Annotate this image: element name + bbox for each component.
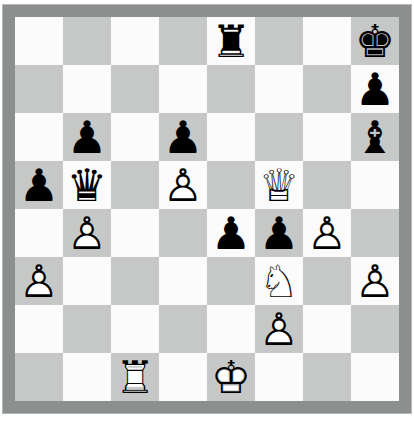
square-h4[interactable] <box>351 209 399 257</box>
square-f8[interactable] <box>255 17 303 65</box>
white-pawn-outline: ♙ <box>351 257 399 305</box>
square-d3[interactable] <box>159 257 207 305</box>
white-knight-outline: ♘ <box>255 257 303 305</box>
square-g3[interactable] <box>303 257 351 305</box>
piece-white-pawn: ♟♙ <box>15 257 63 305</box>
square-c8[interactable] <box>111 17 159 65</box>
piece-white-pawn: ♟♙ <box>303 209 351 257</box>
black-pawn-glyph: ♟ <box>207 209 255 257</box>
black-pawn-glyph: ♟ <box>15 161 63 209</box>
square-d7[interactable] <box>159 65 207 113</box>
square-f5[interactable]: ♛♕ <box>255 161 303 209</box>
square-h2[interactable] <box>351 305 399 353</box>
white-pawn-outline: ♙ <box>15 257 63 305</box>
square-b7[interactable] <box>63 65 111 113</box>
square-d1[interactable] <box>159 353 207 401</box>
square-d8[interactable] <box>159 17 207 65</box>
square-e8[interactable]: ♜ <box>207 17 255 65</box>
white-pawn-outline: ♙ <box>159 161 207 209</box>
square-d6[interactable]: ♟ <box>159 113 207 161</box>
square-b3[interactable] <box>63 257 111 305</box>
square-c5[interactable] <box>111 161 159 209</box>
square-b1[interactable] <box>63 353 111 401</box>
board-frame: ♜♚♟♟♟♝♟♛♟♙♛♕♟♙♟♟♟♙♟♙♞♘♟♙♟♙♜♖♚♔ <box>3 5 411 413</box>
white-king-fill: ♚ <box>207 353 255 401</box>
square-e2[interactable] <box>207 305 255 353</box>
square-g7[interactable] <box>303 65 351 113</box>
square-b8[interactable] <box>63 17 111 65</box>
chess-diagram: ♜♚♟♟♟♝♟♛♟♙♛♕♟♙♟♟♟♙♟♙♞♘♟♙♟♙♜♖♚♔ <box>0 0 414 422</box>
square-d2[interactable] <box>159 305 207 353</box>
white-pawn-outline: ♙ <box>63 209 111 257</box>
square-b6[interactable]: ♟ <box>63 113 111 161</box>
square-a6[interactable] <box>15 113 63 161</box>
square-f2[interactable]: ♟♙ <box>255 305 303 353</box>
white-pawn-fill: ♟ <box>255 305 303 353</box>
piece-white-pawn: ♟♙ <box>159 161 207 209</box>
piece-white-king: ♚♔ <box>207 353 255 401</box>
square-c7[interactable] <box>111 65 159 113</box>
square-e4[interactable]: ♟ <box>207 209 255 257</box>
square-f3[interactable]: ♞♘ <box>255 257 303 305</box>
square-g6[interactable] <box>303 113 351 161</box>
square-b2[interactable] <box>63 305 111 353</box>
piece-black-rook: ♜ <box>207 17 255 65</box>
black-pawn-glyph: ♟ <box>351 65 399 113</box>
white-queen-outline: ♕ <box>255 161 303 209</box>
piece-white-pawn: ♟♙ <box>255 305 303 353</box>
piece-black-bishop: ♝ <box>351 113 399 161</box>
square-b4[interactable]: ♟♙ <box>63 209 111 257</box>
square-c6[interactable] <box>111 113 159 161</box>
piece-black-pawn: ♟ <box>351 65 399 113</box>
square-h1[interactable] <box>351 353 399 401</box>
black-pawn-glyph: ♟ <box>159 113 207 161</box>
square-h3[interactable]: ♟♙ <box>351 257 399 305</box>
square-a5[interactable]: ♟ <box>15 161 63 209</box>
square-g8[interactable] <box>303 17 351 65</box>
piece-black-pawn: ♟ <box>207 209 255 257</box>
square-f1[interactable] <box>255 353 303 401</box>
square-h7[interactable]: ♟ <box>351 65 399 113</box>
square-a2[interactable] <box>15 305 63 353</box>
piece-black-pawn: ♟ <box>159 113 207 161</box>
piece-black-king: ♚ <box>351 17 399 65</box>
square-c2[interactable] <box>111 305 159 353</box>
square-e5[interactable] <box>207 161 255 209</box>
square-d4[interactable] <box>159 209 207 257</box>
white-pawn-fill: ♟ <box>63 209 111 257</box>
black-rook-glyph: ♜ <box>207 17 255 65</box>
square-f4[interactable]: ♟ <box>255 209 303 257</box>
square-e7[interactable] <box>207 65 255 113</box>
piece-white-knight: ♞♘ <box>255 257 303 305</box>
white-pawn-fill: ♟ <box>159 161 207 209</box>
square-f7[interactable] <box>255 65 303 113</box>
square-e1[interactable]: ♚♔ <box>207 353 255 401</box>
piece-white-pawn: ♟♙ <box>351 257 399 305</box>
white-knight-fill: ♞ <box>255 257 303 305</box>
piece-black-queen: ♛ <box>63 161 111 209</box>
piece-white-pawn: ♟♙ <box>63 209 111 257</box>
square-a1[interactable] <box>15 353 63 401</box>
white-pawn-fill: ♟ <box>351 257 399 305</box>
white-pawn-outline: ♙ <box>303 209 351 257</box>
square-h8[interactable]: ♚ <box>351 17 399 65</box>
piece-white-rook: ♜♖ <box>111 353 159 401</box>
white-king-outline: ♔ <box>207 353 255 401</box>
square-a3[interactable]: ♟♙ <box>15 257 63 305</box>
white-rook-fill: ♜ <box>111 353 159 401</box>
white-rook-outline: ♖ <box>111 353 159 401</box>
square-d5[interactable]: ♟♙ <box>159 161 207 209</box>
square-h5[interactable] <box>351 161 399 209</box>
square-g5[interactable] <box>303 161 351 209</box>
piece-black-pawn: ♟ <box>63 113 111 161</box>
white-queen-fill: ♛ <box>255 161 303 209</box>
black-bishop-glyph: ♝ <box>351 113 399 161</box>
black-pawn-glyph: ♟ <box>63 113 111 161</box>
square-a7[interactable] <box>15 65 63 113</box>
square-a8[interactable] <box>15 17 63 65</box>
white-pawn-outline: ♙ <box>255 305 303 353</box>
chess-board: ♜♚♟♟♟♝♟♛♟♙♛♕♟♙♟♟♟♙♟♙♞♘♟♙♟♙♜♖♚♔ <box>15 17 399 401</box>
square-a4[interactable] <box>15 209 63 257</box>
square-c4[interactable] <box>111 209 159 257</box>
square-b5[interactable]: ♛ <box>63 161 111 209</box>
square-g4[interactable]: ♟♙ <box>303 209 351 257</box>
square-e3[interactable] <box>207 257 255 305</box>
black-king-glyph: ♚ <box>351 17 399 65</box>
square-g2[interactable] <box>303 305 351 353</box>
black-queen-glyph: ♛ <box>63 161 111 209</box>
square-c3[interactable] <box>111 257 159 305</box>
white-pawn-fill: ♟ <box>303 209 351 257</box>
square-c1[interactable]: ♜♖ <box>111 353 159 401</box>
square-e6[interactable] <box>207 113 255 161</box>
square-h6[interactable]: ♝ <box>351 113 399 161</box>
square-f6[interactable] <box>255 113 303 161</box>
piece-black-pawn: ♟ <box>15 161 63 209</box>
white-pawn-fill: ♟ <box>15 257 63 305</box>
piece-black-pawn: ♟ <box>255 209 303 257</box>
black-pawn-glyph: ♟ <box>255 209 303 257</box>
square-g1[interactable] <box>303 353 351 401</box>
piece-white-queen: ♛♕ <box>255 161 303 209</box>
